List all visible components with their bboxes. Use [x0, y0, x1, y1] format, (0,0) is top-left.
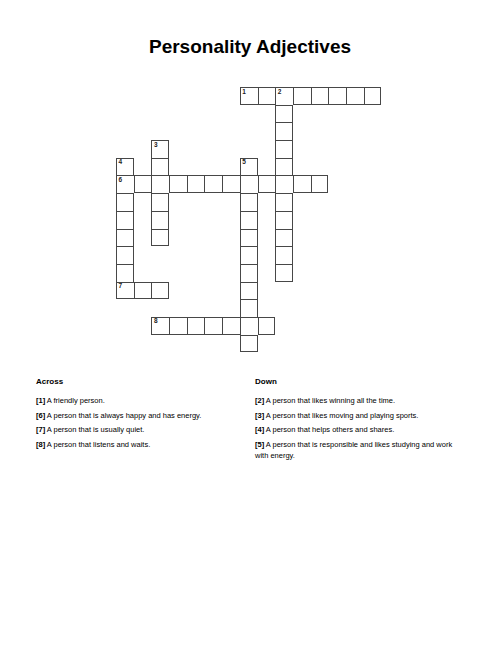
grid-cell[interactable]: [151, 229, 169, 247]
grid-cell[interactable]: [275, 175, 293, 193]
clue-number: 5: [242, 159, 246, 166]
down-clue: [2] A person that likes winning all the …: [255, 395, 463, 406]
grid-cell[interactable]: [151, 158, 169, 176]
clue-number-label: [5]: [255, 440, 264, 449]
grid-cell[interactable]: [275, 158, 293, 176]
grid-cell[interactable]: [275, 211, 293, 229]
grid-cell[interactable]: [204, 317, 222, 335]
grid-cell[interactable]: [151, 175, 169, 193]
grid-cell[interactable]: [258, 317, 276, 335]
grid-cell[interactable]: 6: [116, 175, 134, 193]
clue-text: A person that is responsible and likes s…: [255, 440, 452, 460]
clue-number: 3: [154, 142, 158, 149]
grid-cell[interactable]: [116, 229, 134, 247]
grid-cell[interactable]: [275, 229, 293, 247]
across-clues-list: [1] A friendly person.[6] A person that …: [36, 395, 251, 450]
grid-cell[interactable]: 2: [275, 87, 293, 105]
clue-number: 1: [242, 89, 246, 96]
grid-cell[interactable]: [258, 175, 276, 193]
down-clue: [3] A person that likes moving and playi…: [255, 410, 463, 421]
grid-cell[interactable]: [275, 246, 293, 264]
grid-cell[interactable]: [293, 87, 311, 105]
grid-cell[interactable]: 7: [116, 282, 134, 300]
across-clues-section: Across [1] A friendly person.[6] A perso…: [36, 377, 251, 453]
clue-text: A person that is usually quiet.: [45, 425, 144, 434]
grid-cell[interactable]: [116, 246, 134, 264]
across-clue: [1] A friendly person.: [36, 395, 251, 406]
down-clue: [5] A person that is responsible and lik…: [255, 439, 463, 461]
grid-cell[interactable]: [240, 229, 258, 247]
across-clue: [8] A person that listens and waits.: [36, 439, 251, 450]
clue-number-label: [2]: [255, 396, 264, 405]
grid-cell[interactable]: [222, 175, 240, 193]
grid-cell[interactable]: [364, 87, 382, 105]
clue-number-label: [4]: [255, 425, 264, 434]
clue-number-label: [3]: [255, 411, 264, 420]
grid-cell[interactable]: [169, 175, 187, 193]
clue-text: A person that listens and waits.: [45, 440, 150, 449]
grid-cell[interactable]: [240, 246, 258, 264]
grid-cell[interactable]: [187, 175, 205, 193]
across-header: Across: [36, 377, 251, 387]
clue-text: A person that is always happy and has en…: [45, 411, 201, 420]
clue-number: 4: [119, 159, 123, 166]
grid-cell[interactable]: [240, 175, 258, 193]
grid-cell[interactable]: [240, 282, 258, 300]
clue-number: 8: [154, 318, 158, 325]
clue-number-label: [8]: [36, 440, 45, 449]
grid-cell[interactable]: [169, 317, 187, 335]
grid-cell[interactable]: [328, 87, 346, 105]
clue-number-label: [7]: [36, 425, 45, 434]
grid-cell[interactable]: [311, 175, 329, 193]
grid-cell[interactable]: [134, 282, 152, 300]
grid-cell[interactable]: [275, 122, 293, 140]
grid-cell[interactable]: [134, 175, 152, 193]
grid-cell[interactable]: [311, 87, 329, 105]
grid-cell[interactable]: [151, 211, 169, 229]
down-clue: [4] A person that helps others and share…: [255, 424, 463, 435]
grid-cell[interactable]: [240, 193, 258, 211]
down-clues-list: [2] A person that likes winning all the …: [255, 395, 463, 461]
grid-cell[interactable]: [204, 175, 222, 193]
grid-cell[interactable]: 8: [151, 317, 169, 335]
clue-number: 2: [278, 89, 282, 96]
grid-cell[interactable]: 1: [240, 87, 258, 105]
clue-text: A friendly person.: [45, 396, 105, 405]
clue-number: 7: [119, 283, 123, 290]
across-clue: [6] A person that is always happy and ha…: [36, 410, 251, 421]
grid-cell[interactable]: [222, 317, 240, 335]
down-clues-section: Down [2] A person that likes winning all…: [255, 377, 463, 464]
clue-text: A person that likes moving and playing s…: [264, 411, 418, 420]
grid-cell[interactable]: [258, 87, 276, 105]
grid-cell[interactable]: [275, 105, 293, 123]
grid-cell[interactable]: [275, 140, 293, 158]
grid-cell[interactable]: [240, 264, 258, 282]
clue-text: A person that likes winning all the time…: [264, 396, 395, 405]
clue-text: A person that helps others and shares.: [264, 425, 394, 434]
down-header: Down: [255, 377, 463, 387]
page-title: Personality Adjectives: [0, 36, 500, 58]
grid-cell[interactable]: [240, 335, 258, 353]
clue-number-label: [6]: [36, 411, 45, 420]
grid-cell[interactable]: [151, 282, 169, 300]
across-clue: [7] A person that is usually quiet.: [36, 424, 251, 435]
grid-cell[interactable]: [275, 193, 293, 211]
grid-cell[interactable]: [151, 193, 169, 211]
clue-number-label: [1]: [36, 396, 45, 405]
grid-cell[interactable]: 3: [151, 140, 169, 158]
grid-cell[interactable]: [240, 299, 258, 317]
grid-cell[interactable]: [293, 175, 311, 193]
grid-cell[interactable]: 4: [116, 158, 134, 176]
grid-cell[interactable]: 5: [240, 158, 258, 176]
grid-cell[interactable]: [116, 211, 134, 229]
grid-cell[interactable]: [240, 317, 258, 335]
grid-cell[interactable]: [240, 211, 258, 229]
crossword-grid: 12345678: [116, 87, 381, 352]
clue-number: 6: [119, 177, 123, 184]
grid-cell[interactable]: [116, 264, 134, 282]
grid-cell[interactable]: [116, 193, 134, 211]
grid-cell[interactable]: [187, 317, 205, 335]
grid-cell[interactable]: [275, 264, 293, 282]
grid-cell[interactable]: [346, 87, 364, 105]
